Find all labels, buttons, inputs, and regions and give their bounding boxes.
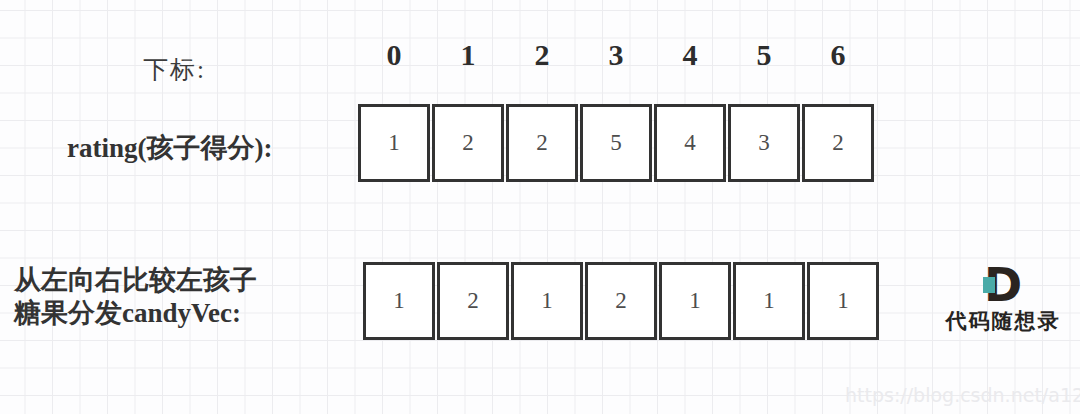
candy-array: 1 2 1 2 1 1 1	[363, 262, 879, 340]
csdn-logo: D 代码随想录	[941, 264, 1065, 335]
rating-cell: 2	[432, 104, 504, 182]
url-watermark: https://blog.csdn.net/a12355556	[845, 384, 1080, 406]
candy-cell: 1	[659, 262, 731, 340]
index-value: 1	[432, 40, 504, 72]
candy-cell: 1	[733, 262, 805, 340]
index-row-label: 下标:	[143, 53, 206, 86]
rating-cell: 2	[506, 104, 578, 182]
logo-d-icon: D	[984, 264, 1022, 306]
index-value: 0	[358, 40, 430, 72]
rating-cell: 4	[654, 104, 726, 182]
candy-array-label: 从左向右比较左孩子 糖果分发candyVec:	[14, 264, 257, 330]
candy-cell: 2	[437, 262, 509, 340]
candy-cell: 2	[585, 262, 657, 340]
candy-cell: 1	[363, 262, 435, 340]
diagram-canvas: 下标: 0 1 2 3 4 5 6 rating(孩子得分): 1 2 2 5 …	[0, 0, 1080, 414]
candy-cell: 1	[807, 262, 879, 340]
rating-array-label: rating(孩子得分):	[67, 130, 272, 166]
candy-cell: 1	[511, 262, 583, 340]
rating-cell: 5	[580, 104, 652, 182]
index-value: 2	[506, 40, 578, 72]
index-value: 4	[654, 40, 726, 72]
rating-array: 1 2 2 5 4 3 2	[358, 104, 874, 182]
index-row: 0 1 2 3 4 5 6	[358, 40, 874, 72]
rating-cell: 3	[728, 104, 800, 182]
rating-cell: 2	[802, 104, 874, 182]
rating-cell: 1	[358, 104, 430, 182]
index-value: 6	[802, 40, 874, 72]
candy-array-label-line1: 从左向右比较左孩子	[14, 264, 257, 297]
index-value: 3	[580, 40, 652, 72]
candy-array-label-line2: 糖果分发candyVec:	[14, 297, 257, 330]
logo-teal-square	[983, 277, 995, 293]
index-value: 5	[728, 40, 800, 72]
